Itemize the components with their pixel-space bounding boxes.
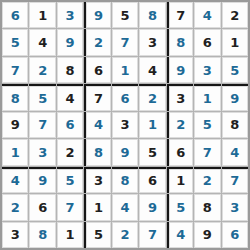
sudoku-cell-r6c6[interactable]: 5 bbox=[139, 139, 165, 165]
sudoku-cell-r6c9[interactable]: 4 bbox=[222, 139, 248, 165]
sudoku-cell-r2c5[interactable]: 7 bbox=[112, 29, 138, 55]
sudoku-cell-r4c4[interactable]: 7 bbox=[84, 84, 110, 110]
sudoku-cell-r9c4[interactable]: 5 bbox=[84, 222, 110, 248]
sudoku-cell-r5c9[interactable]: 8 bbox=[222, 112, 248, 138]
sudoku-cell-r9c5[interactable]: 2 bbox=[112, 222, 138, 248]
sudoku-cell-r6c1[interactable]: 1 bbox=[2, 139, 28, 165]
sudoku-cell-r6c4[interactable]: 8 bbox=[84, 139, 110, 165]
sudoku-cell-r4c7[interactable]: 3 bbox=[167, 84, 193, 110]
sudoku-cell-r6c3[interactable]: 2 bbox=[57, 139, 83, 165]
sudoku-cell-r1c2[interactable]: 1 bbox=[29, 2, 55, 28]
sudoku-cell-r7c3[interactable]: 5 bbox=[57, 167, 83, 193]
sudoku-cell-r8c7[interactable]: 5 bbox=[167, 194, 193, 220]
sudoku-cell-r2c4[interactable]: 2 bbox=[84, 29, 110, 55]
sudoku-cell-r5c2[interactable]: 7 bbox=[29, 112, 55, 138]
sudoku-cell-r9c2[interactable]: 8 bbox=[29, 222, 55, 248]
sudoku-cell-r4c1[interactable]: 8 bbox=[2, 84, 28, 110]
sudoku-board: 6139587425492738617286149358547623199764… bbox=[0, 0, 250, 250]
sudoku-cell-r5c5[interactable]: 3 bbox=[112, 112, 138, 138]
sudoku-cell-r5c4[interactable]: 4 bbox=[84, 112, 110, 138]
sudoku-cell-r2c6[interactable]: 3 bbox=[139, 29, 165, 55]
sudoku-cell-r7c8[interactable]: 2 bbox=[194, 167, 220, 193]
sudoku-cell-r3c9[interactable]: 5 bbox=[222, 57, 248, 83]
sudoku-cell-r1c4[interactable]: 9 bbox=[84, 2, 110, 28]
sudoku-cell-r8c2[interactable]: 6 bbox=[29, 194, 55, 220]
sudoku-cell-r9c7[interactable]: 4 bbox=[167, 222, 193, 248]
sudoku-cell-r8c5[interactable]: 4 bbox=[112, 194, 138, 220]
sudoku-cell-r7c1[interactable]: 4 bbox=[2, 167, 28, 193]
sudoku-cell-r3c8[interactable]: 3 bbox=[194, 57, 220, 83]
sudoku-cell-r9c8[interactable]: 9 bbox=[194, 222, 220, 248]
sudoku-cell-r5c3[interactable]: 6 bbox=[57, 112, 83, 138]
sudoku-cell-r7c4[interactable]: 3 bbox=[84, 167, 110, 193]
sudoku-cell-r6c5[interactable]: 9 bbox=[112, 139, 138, 165]
sudoku-app: 6139587425492738617286149358547623199764… bbox=[0, 0, 250, 250]
sudoku-cell-r3c6[interactable]: 4 bbox=[139, 57, 165, 83]
sudoku-cell-r1c1[interactable]: 6 bbox=[2, 2, 28, 28]
sudoku-cell-r7c9[interactable]: 7 bbox=[222, 167, 248, 193]
sudoku-cell-r3c1[interactable]: 7 bbox=[2, 57, 28, 83]
sudoku-cell-r8c4[interactable]: 1 bbox=[84, 194, 110, 220]
sudoku-cell-r7c2[interactable]: 9 bbox=[29, 167, 55, 193]
sudoku-cell-r9c3[interactable]: 1 bbox=[57, 222, 83, 248]
sudoku-cell-r7c6[interactable]: 6 bbox=[139, 167, 165, 193]
sudoku-cell-r1c7[interactable]: 7 bbox=[167, 2, 193, 28]
sudoku-cell-r2c2[interactable]: 4 bbox=[29, 29, 55, 55]
sudoku-cell-r8c1[interactable]: 2 bbox=[2, 194, 28, 220]
sudoku-cell-r5c8[interactable]: 5 bbox=[194, 112, 220, 138]
sudoku-cell-r5c7[interactable]: 2 bbox=[167, 112, 193, 138]
sudoku-cell-r6c8[interactable]: 7 bbox=[194, 139, 220, 165]
sudoku-cell-r6c7[interactable]: 6 bbox=[167, 139, 193, 165]
sudoku-cell-r2c9[interactable]: 1 bbox=[222, 29, 248, 55]
sudoku-cell-r1c3[interactable]: 3 bbox=[57, 2, 83, 28]
sudoku-cell-r9c6[interactable]: 7 bbox=[139, 222, 165, 248]
sudoku-cell-r2c3[interactable]: 9 bbox=[57, 29, 83, 55]
sudoku-cell-r4c8[interactable]: 1 bbox=[194, 84, 220, 110]
sudoku-cell-r9c1[interactable]: 3 bbox=[2, 222, 28, 248]
sudoku-cell-r5c6[interactable]: 1 bbox=[139, 112, 165, 138]
sudoku-cell-r2c1[interactable]: 5 bbox=[2, 29, 28, 55]
sudoku-cell-r5c1[interactable]: 9 bbox=[2, 112, 28, 138]
sudoku-cell-r4c2[interactable]: 5 bbox=[29, 84, 55, 110]
sudoku-cell-r9c9[interactable]: 6 bbox=[222, 222, 248, 248]
sudoku-cell-r1c8[interactable]: 4 bbox=[194, 2, 220, 28]
sudoku-cell-r4c3[interactable]: 4 bbox=[57, 84, 83, 110]
sudoku-cell-r2c7[interactable]: 8 bbox=[167, 29, 193, 55]
sudoku-cell-r8c3[interactable]: 7 bbox=[57, 194, 83, 220]
sudoku-cell-r3c4[interactable]: 6 bbox=[84, 57, 110, 83]
sudoku-cell-r8c6[interactable]: 9 bbox=[139, 194, 165, 220]
sudoku-cell-r3c3[interactable]: 8 bbox=[57, 57, 83, 83]
sudoku-cell-r1c6[interactable]: 8 bbox=[139, 2, 165, 28]
sudoku-cell-r2c8[interactable]: 6 bbox=[194, 29, 220, 55]
sudoku-cell-r7c5[interactable]: 8 bbox=[112, 167, 138, 193]
sudoku-cell-r4c5[interactable]: 6 bbox=[112, 84, 138, 110]
sudoku-cell-r4c9[interactable]: 9 bbox=[222, 84, 248, 110]
sudoku-cell-r1c5[interactable]: 5 bbox=[112, 2, 138, 28]
sudoku-cell-r1c9[interactable]: 2 bbox=[222, 2, 248, 28]
sudoku-cell-r6c2[interactable]: 3 bbox=[29, 139, 55, 165]
sudoku-cell-r8c9[interactable]: 3 bbox=[222, 194, 248, 220]
sudoku-cell-r4c6[interactable]: 2 bbox=[139, 84, 165, 110]
sudoku-cell-r7c7[interactable]: 1 bbox=[167, 167, 193, 193]
sudoku-cell-r3c2[interactable]: 2 bbox=[29, 57, 55, 83]
sudoku-cell-r8c8[interactable]: 8 bbox=[194, 194, 220, 220]
sudoku-cell-r3c5[interactable]: 1 bbox=[112, 57, 138, 83]
sudoku-cell-r3c7[interactable]: 9 bbox=[167, 57, 193, 83]
